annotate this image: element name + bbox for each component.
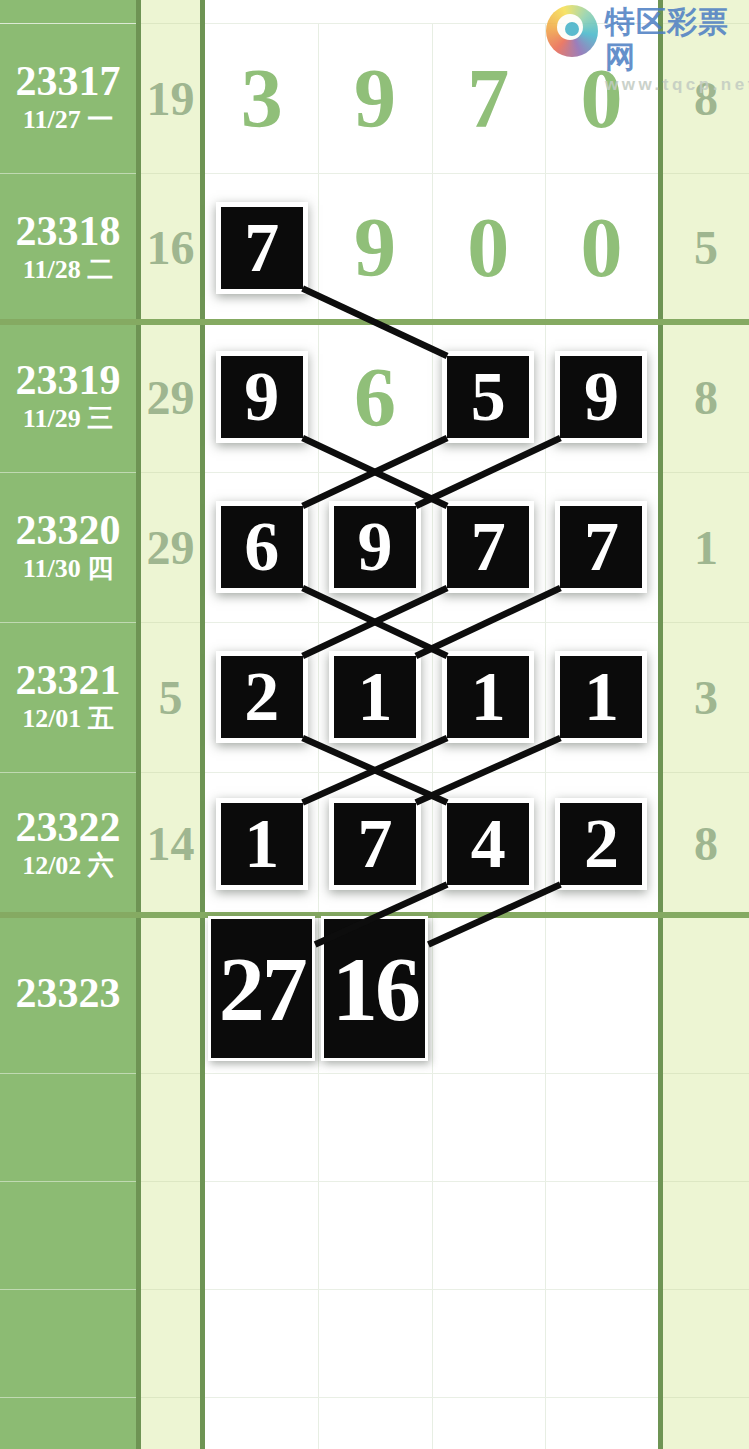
highlight-box: 2: [216, 651, 308, 743]
count-value: 19: [141, 23, 200, 173]
highlight-box: 7: [555, 501, 647, 593]
period-label: 23322: [16, 805, 121, 850]
date-label: 12/01 五: [22, 703, 114, 736]
highlight-box: 9: [329, 501, 421, 593]
date-label: 11/29 三: [23, 403, 113, 436]
lottery-trend-chart: 特区彩票网 www.tqcp.net 2331711/27 一198397023…: [0, 0, 749, 1449]
period-label: 23323: [16, 971, 121, 1016]
period-label: 23318: [16, 209, 121, 254]
highlight-box: 7: [442, 501, 534, 593]
row-separator: [141, 1397, 200, 1398]
highlight-box: 1: [329, 651, 421, 743]
site-logo-text: 特区彩票网 www.tqcp.net: [605, 5, 749, 95]
draw-number: 9: [318, 23, 431, 173]
row-separator: [205, 622, 658, 623]
highlight-box: 4: [442, 798, 534, 890]
tail-value: 1: [663, 472, 749, 622]
period-label: 23319: [16, 358, 121, 403]
highlight-box: 1: [555, 651, 647, 743]
date-label: 12/02 六: [22, 850, 114, 883]
row-separator: [0, 1397, 136, 1398]
row-separator: [663, 1181, 749, 1182]
highlight-box: 9: [555, 351, 647, 443]
tail-value: 8: [663, 772, 749, 915]
row-separator: [663, 1289, 749, 1290]
period-label: 23320: [16, 508, 121, 553]
row-separator: [663, 1073, 749, 1074]
highlight-box: 2: [555, 798, 647, 890]
row-separator: [141, 1073, 200, 1074]
tail-value: 5: [663, 173, 749, 322]
row-separator: [205, 1073, 658, 1074]
highlight-box: 5: [442, 351, 534, 443]
row-separator: [205, 1181, 658, 1182]
period-label: 23321: [16, 658, 121, 703]
draw-number: 0: [545, 173, 658, 322]
highlight-box: 9: [216, 351, 308, 443]
row-separator: [141, 1289, 200, 1290]
big-highlight-box: 16: [321, 916, 428, 1061]
site-logo-swirl-icon: [546, 5, 598, 57]
highlight-box: 7: [329, 798, 421, 890]
draw-number: 9: [318, 173, 431, 322]
highlight-box: 7: [216, 202, 308, 294]
site-logo: 特区彩票网 www.tqcp.net: [546, 5, 749, 95]
row-separator: [205, 772, 658, 773]
date-label: 11/27 一: [23, 104, 113, 137]
count-value: 29: [141, 322, 200, 472]
row-23319-header: 2331911/29 三: [0, 322, 136, 472]
row-23321-header: 2332112/01 五: [0, 622, 136, 772]
row-separator: [0, 1181, 136, 1182]
row-separator: [205, 472, 658, 473]
date-label: 11/30 四: [23, 553, 113, 586]
count-value: 16: [141, 173, 200, 322]
column-border: [200, 0, 205, 1449]
site-url: www.tqcp.net: [605, 75, 749, 95]
tail-value: 3: [663, 622, 749, 772]
big-highlight-box: 27: [208, 916, 315, 1061]
site-name: 特区彩票网: [605, 5, 749, 74]
row-separator: [205, 1289, 658, 1290]
tail-value: 8: [663, 322, 749, 472]
row-separator: [205, 1397, 658, 1398]
draw-number: 6: [318, 322, 431, 472]
draw-number: 7: [432, 23, 545, 173]
row-23317-header: 2331711/27 一: [0, 23, 136, 173]
row-separator: [141, 1181, 200, 1182]
draw-number: 0: [432, 173, 545, 322]
count-value: 5: [141, 622, 200, 772]
row-separator: [0, 1073, 136, 1074]
row-23318-header: 2331811/28 二: [0, 173, 136, 322]
draw-number: 3: [205, 23, 318, 173]
row-separator: [663, 1397, 749, 1398]
count-value: 29: [141, 472, 200, 622]
count-value: 14: [141, 772, 200, 915]
highlight-box: 6: [216, 501, 308, 593]
highlight-box: 1: [442, 651, 534, 743]
highlight-box: 1: [216, 798, 308, 890]
date-label: 11/28 二: [23, 254, 113, 287]
row-23320-header: 2332011/30 四: [0, 472, 136, 622]
period-label: 23317: [16, 59, 121, 104]
row-23322-header: 2332212/02 六: [0, 772, 136, 915]
row-23323-header: 23323: [0, 915, 136, 1073]
row-separator: [0, 1289, 136, 1290]
